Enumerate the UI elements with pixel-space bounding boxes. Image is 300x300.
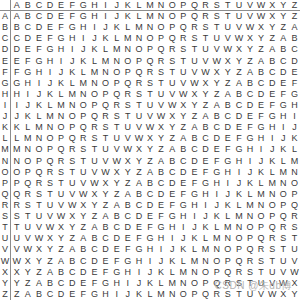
grid-cell: K	[67, 67, 78, 78]
header-col-cell: S	[0, 211, 11, 222]
header-col-cell: U	[0, 233, 11, 244]
grid-cell: F	[44, 33, 55, 44]
grid-cell: N	[222, 233, 233, 244]
header-col-cell: B	[0, 22, 11, 33]
grid-cell: O	[67, 111, 78, 122]
grid-cell: K	[167, 256, 178, 267]
grid-cell: K	[144, 278, 155, 289]
grid-cell: B	[278, 44, 289, 55]
grid-cell: Q	[200, 289, 211, 300]
grid-cell: Y	[11, 278, 22, 289]
grid-cell: X	[244, 33, 255, 44]
grid-cell: R	[100, 111, 111, 122]
grid-cell: U	[11, 233, 22, 244]
grid-cell: N	[289, 167, 300, 178]
grid-cell: X	[33, 244, 44, 255]
grid-cell: F	[211, 156, 222, 167]
grid-cell: M	[67, 89, 78, 100]
grid-cell: I	[44, 67, 55, 78]
grid-cell: B	[100, 222, 111, 233]
grid-cell: F	[133, 233, 144, 244]
grid-cell: T	[278, 244, 289, 255]
grid-cell: R	[211, 289, 222, 300]
grid-cell: P	[256, 222, 267, 233]
grid-cell: I	[133, 267, 144, 278]
grid-cell: D	[289, 56, 300, 67]
grid-cell: X	[156, 122, 167, 133]
grid-cell: S	[178, 44, 189, 55]
grid-cell: H	[156, 233, 167, 244]
grid-cell: X	[67, 211, 78, 222]
grid-cell: D	[144, 200, 155, 211]
grid-cell: L	[189, 244, 200, 255]
grid-cell: K	[244, 178, 255, 189]
grid-cell: B	[144, 178, 155, 189]
header-row-cell: S	[211, 0, 222, 11]
grid-cell: Y	[289, 289, 300, 300]
grid-cell: V	[78, 178, 89, 189]
grid-cell: Y	[44, 244, 55, 255]
grid-cell: W	[33, 233, 44, 244]
header-row-cell: X	[267, 0, 278, 11]
header-col-cell: K	[0, 122, 11, 133]
grid-cell: M	[44, 111, 55, 122]
grid-cell: U	[56, 189, 67, 200]
grid-cell: G	[89, 289, 100, 300]
grid-cell: Z	[22, 278, 33, 289]
grid-cell: M	[211, 233, 222, 244]
header-col-cell: F	[0, 67, 11, 78]
grid-cell: J	[200, 211, 211, 222]
grid-cell: D	[22, 33, 33, 44]
grid-cell: E	[33, 33, 44, 44]
grid-cell: M	[133, 22, 144, 33]
grid-cell: K	[22, 111, 33, 122]
grid-cell: X	[89, 189, 100, 200]
grid-cell: Q	[256, 233, 267, 244]
grid-cell: U	[100, 144, 111, 155]
grid-cell: R	[78, 133, 89, 144]
grid-cell: J	[67, 56, 78, 67]
grid-cell: Q	[78, 122, 89, 133]
grid-cell: X	[100, 178, 111, 189]
grid-cell: Y	[67, 222, 78, 233]
grid-cell: N	[144, 22, 155, 33]
grid-cell: J	[156, 256, 167, 267]
grid-cell: A	[144, 167, 155, 178]
grid-cell: B	[22, 11, 33, 22]
grid-cell: S	[11, 211, 22, 222]
grid-cell: M	[200, 244, 211, 255]
grid-cell: S	[144, 78, 155, 89]
grid-cell: M	[278, 167, 289, 178]
grid-cell: Y	[211, 78, 222, 89]
grid-cell: U	[67, 178, 78, 189]
grid-cell: B	[167, 156, 178, 167]
grid-cell: Q	[33, 167, 44, 178]
grid-cell: K	[111, 22, 122, 33]
grid-cell: H	[44, 56, 55, 67]
grid-cell: V	[100, 156, 111, 167]
grid-cell: J	[167, 244, 178, 255]
grid-cell: Y	[22, 267, 33, 278]
grid-cell: K	[33, 100, 44, 111]
grid-cell: P	[289, 189, 300, 200]
grid-cell: Q	[67, 133, 78, 144]
grid-cell: T	[178, 56, 189, 67]
grid-cell: C	[233, 100, 244, 111]
header-col-cell: I	[0, 100, 11, 111]
grid-cell: S	[133, 89, 144, 100]
grid-cell: I	[122, 278, 133, 289]
grid-cell: R	[256, 244, 267, 255]
grid-cell: M	[178, 267, 189, 278]
grid-cell: C	[33, 11, 44, 22]
grid-cell: A	[133, 178, 144, 189]
grid-cell: X	[289, 278, 300, 289]
grid-cell: O	[144, 33, 155, 44]
grid-cell: P	[78, 111, 89, 122]
grid-cell: W	[111, 156, 122, 167]
grid-cell: E	[211, 144, 222, 155]
grid-cell: I	[189, 211, 200, 222]
grid-cell: V	[56, 200, 67, 211]
grid-cell: Q	[244, 244, 255, 255]
grid-cell: F	[244, 122, 255, 133]
grid-cell: M	[189, 256, 200, 267]
grid-cell: A	[156, 156, 167, 167]
grid-cell: C	[22, 22, 33, 33]
grid-cell: G	[244, 133, 255, 144]
header-col-cell: Q	[0, 189, 11, 200]
grid-cell: P	[156, 33, 167, 44]
grid-cell: E	[167, 189, 178, 200]
header-col-cell: H	[0, 89, 11, 100]
grid-cell: D	[278, 67, 289, 78]
grid-cell: Q	[22, 178, 33, 189]
header-col-cell: D	[0, 44, 11, 55]
grid-cell: V	[122, 133, 133, 144]
grid-cell: Z	[222, 78, 233, 89]
grid-cell: R	[200, 11, 211, 22]
grid-cell: O	[56, 122, 67, 133]
grid-cell: B	[189, 133, 200, 144]
grid-cell: T	[33, 200, 44, 211]
grid-cell: H	[133, 256, 144, 267]
grid-cell: M	[122, 33, 133, 44]
grid-cell: C	[244, 89, 255, 100]
grid-cell: N	[89, 78, 100, 89]
grid-cell: E	[289, 67, 300, 78]
grid-cell: X	[111, 167, 122, 178]
grid-cell: Q	[233, 256, 244, 267]
grid-cell: B	[67, 256, 78, 267]
grid-cell: Z	[100, 200, 111, 211]
grid-cell: P	[144, 44, 155, 55]
grid-cell: H	[122, 267, 133, 278]
grid-cell: O	[256, 211, 267, 222]
grid-cell: U	[22, 222, 33, 233]
grid-cell: Z	[133, 167, 144, 178]
grid-cell: P	[33, 156, 44, 167]
grid-cell: X	[11, 267, 22, 278]
grid-cell: D	[244, 100, 255, 111]
grid-cell: K	[211, 211, 222, 222]
grid-cell: F	[289, 78, 300, 89]
grid-cell: Z	[267, 33, 278, 44]
grid-cell: N	[211, 244, 222, 255]
grid-cell: K	[200, 222, 211, 233]
grid-cell: M	[89, 67, 100, 78]
grid-cell: L	[33, 111, 44, 122]
grid-cell: L	[67, 78, 78, 89]
grid-cell: U	[144, 100, 155, 111]
grid-cell: R	[156, 56, 167, 67]
grid-cell: T	[200, 33, 211, 44]
grid-cell: A	[256, 56, 267, 67]
grid-cell: A	[11, 11, 22, 22]
grid-cell: X	[122, 156, 133, 167]
grid-cell: Z	[111, 189, 122, 200]
grid-cell: I	[256, 144, 267, 155]
grid-cell: P	[189, 289, 200, 300]
grid-cell: I	[22, 89, 33, 100]
grid-cell: A	[189, 122, 200, 133]
grid-cell: V	[133, 122, 144, 133]
grid-cell: Y	[33, 256, 44, 267]
grid-cell: T	[267, 256, 278, 267]
grid-cell: Y	[222, 67, 233, 78]
header-col-cell: C	[0, 33, 11, 44]
grid-cell: M	[233, 211, 244, 222]
grid-cell: O	[222, 244, 233, 255]
grid-cell: L	[289, 144, 300, 155]
grid-cell: W	[200, 67, 211, 78]
grid-cell: H	[22, 78, 33, 89]
grid-cell: S	[233, 278, 244, 289]
header-col-cell: L	[0, 133, 11, 144]
grid-cell: H	[111, 278, 122, 289]
grid-cell: F	[167, 200, 178, 211]
grid-cell: C	[289, 44, 300, 55]
grid-cell: Y	[278, 11, 289, 22]
grid-cell: J	[56, 67, 67, 78]
grid-cell: K	[133, 289, 144, 300]
grid-cell: L	[222, 211, 233, 222]
grid-cell: Y	[267, 22, 278, 33]
grid-cell: A	[244, 67, 255, 78]
grid-cell: Z	[11, 289, 22, 300]
header-row-cell: N	[156, 0, 167, 11]
grid-cell: V	[33, 222, 44, 233]
grid-cell: T	[144, 89, 155, 100]
grid-cell: T	[22, 211, 33, 222]
grid-cell: B	[222, 100, 233, 111]
grid-cell: H	[211, 178, 222, 189]
grid-cell: V	[233, 22, 244, 33]
grid-cell: P	[178, 11, 189, 22]
grid-cell: G	[33, 56, 44, 67]
grid-cell: L	[100, 44, 111, 55]
grid-cell: M	[156, 289, 167, 300]
grid-cell: G	[111, 267, 122, 278]
grid-cell: N	[133, 33, 144, 44]
grid-cell: X	[44, 233, 55, 244]
grid-cell: Q	[133, 67, 144, 78]
grid-cell: R	[89, 122, 100, 133]
grid-cell: I	[11, 100, 22, 111]
grid-cell: Y	[178, 111, 189, 122]
grid-cell: S	[267, 244, 278, 255]
grid-cell: D	[67, 278, 78, 289]
grid-cell: E	[44, 22, 55, 33]
grid-cell: R	[11, 200, 22, 211]
grid-cell: G	[167, 211, 178, 222]
grid-cell: C	[167, 167, 178, 178]
grid-cell: A	[200, 111, 211, 122]
header-col-cell: Y	[0, 278, 11, 289]
grid-cell: K	[189, 233, 200, 244]
grid-cell: O	[22, 156, 33, 167]
grid-cell: C	[133, 200, 144, 211]
grid-cell: N	[22, 144, 33, 155]
grid-cell: A	[56, 256, 67, 267]
grid-cell: U	[267, 267, 278, 278]
grid-cell: B	[11, 22, 22, 33]
grid-cell: Z	[122, 178, 133, 189]
grid-cell: U	[256, 278, 267, 289]
grid-cell: E	[189, 167, 200, 178]
grid-cell: K	[233, 189, 244, 200]
grid-cell: I	[222, 178, 233, 189]
grid-cell: M	[11, 144, 22, 155]
grid-cell: O	[44, 133, 55, 144]
grid-cell: E	[122, 233, 133, 244]
grid-cell: V	[167, 89, 178, 100]
grid-cell: C	[256, 78, 267, 89]
grid-cell: F	[233, 133, 244, 144]
header-row-cell: K	[122, 0, 133, 11]
header-row-cell: B	[22, 0, 33, 11]
header-row-cell: M	[144, 0, 155, 11]
grid-cell: Z	[56, 244, 67, 255]
grid-cell: G	[122, 256, 133, 267]
grid-cell: J	[233, 178, 244, 189]
grid-cell: A	[267, 44, 278, 55]
grid-cell: O	[156, 22, 167, 33]
grid-cell: F	[33, 44, 44, 55]
grid-cell: R	[178, 33, 189, 44]
grid-cell: K	[78, 56, 89, 67]
grid-cell: Q	[211, 278, 222, 289]
grid-cell: Z	[211, 89, 222, 100]
grid-cell: I	[278, 122, 289, 133]
grid-cell: S	[289, 222, 300, 233]
grid-cell: S	[200, 22, 211, 33]
grid-cell: E	[111, 244, 122, 255]
grid-cell: S	[89, 133, 100, 144]
grid-cell: S	[67, 156, 78, 167]
header-row-cell: O	[167, 0, 178, 11]
grid-cell: P	[122, 67, 133, 78]
grid-cell: G	[44, 44, 55, 55]
grid-cell: P	[211, 267, 222, 278]
grid-cell: H	[100, 289, 111, 300]
grid-cell: U	[44, 200, 55, 211]
grid-cell: E	[56, 11, 67, 22]
grid-cell: X	[178, 100, 189, 111]
grid-cell: R	[22, 189, 33, 200]
grid-cell: D	[256, 89, 267, 100]
grid-cell: G	[11, 78, 22, 89]
grid-cell: G	[156, 222, 167, 233]
grid-cell: Q	[156, 44, 167, 55]
header-row-cell: L	[133, 0, 144, 11]
header-col-cell: Z	[0, 289, 11, 300]
grid-cell: O	[122, 56, 133, 67]
grid-cell: X	[56, 222, 67, 233]
grid-cell: U	[78, 167, 89, 178]
grid-cell: Z	[33, 267, 44, 278]
grid-cell: K	[222, 200, 233, 211]
grid-cell: C	[222, 111, 233, 122]
grid-cell: H	[289, 100, 300, 111]
grid-cell: O	[33, 144, 44, 155]
grid-cell: U	[222, 22, 233, 33]
grid-cell: O	[189, 278, 200, 289]
grid-cell: E	[178, 178, 189, 189]
grid-cell: Q	[144, 56, 155, 67]
header-col-cell: X	[0, 267, 11, 278]
grid-cell: Q	[122, 78, 133, 89]
grid-cell: U	[289, 244, 300, 255]
grid-cell: H	[56, 44, 67, 55]
grid-cell: F	[156, 211, 167, 222]
header-col-cell: T	[0, 222, 11, 233]
grid-cell: V	[111, 144, 122, 155]
grid-cell: Q	[100, 100, 111, 111]
grid-cell: Y	[133, 156, 144, 167]
grid-cell: P	[44, 144, 55, 155]
grid-cell: S	[33, 189, 44, 200]
grid-cell: A	[67, 244, 78, 255]
grid-cell: M	[267, 178, 278, 189]
header-col-cell: M	[0, 144, 11, 155]
grid-cell: E	[200, 156, 211, 167]
grid-cell: Z	[67, 233, 78, 244]
grid-cell: Q	[111, 89, 122, 100]
header-col-cell: J	[0, 111, 11, 122]
grid-cell: C	[200, 133, 211, 144]
header-row-cell: T	[222, 0, 233, 11]
grid-cell: H	[278, 111, 289, 122]
header-row-cell: R	[200, 0, 211, 11]
grid-cell: F	[89, 278, 100, 289]
grid-cell: R	[56, 156, 67, 167]
grid-cell: G	[278, 100, 289, 111]
grid-cell: H	[244, 144, 255, 155]
grid-cell: N	[244, 211, 255, 222]
grid-cell: J	[111, 11, 122, 22]
grid-cell: D	[233, 111, 244, 122]
grid-cell: O	[200, 267, 211, 278]
grid-cell: S	[211, 11, 222, 22]
grid-cell: X	[78, 200, 89, 211]
grid-cell: W	[222, 44, 233, 55]
grid-cell: P	[200, 278, 211, 289]
grid-cell: T	[256, 267, 267, 278]
grid-cell: D	[167, 178, 178, 189]
